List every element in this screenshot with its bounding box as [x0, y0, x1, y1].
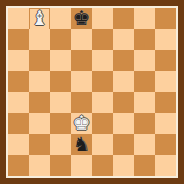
- square-a8[interactable]: [8, 8, 29, 29]
- square-b3[interactable]: [29, 113, 50, 134]
- square-f5[interactable]: [113, 71, 134, 92]
- square-c4[interactable]: [50, 92, 71, 113]
- square-g2[interactable]: [134, 134, 155, 155]
- square-e3[interactable]: [92, 113, 113, 134]
- black-king[interactable]: ♚: [71, 8, 92, 29]
- square-d2[interactable]: ♞: [71, 134, 92, 155]
- square-e6[interactable]: [92, 50, 113, 71]
- square-f6[interactable]: [113, 50, 134, 71]
- square-g8[interactable]: [134, 8, 155, 29]
- square-h8[interactable]: [155, 8, 176, 29]
- square-a4[interactable]: [8, 92, 29, 113]
- square-f8[interactable]: [113, 8, 134, 29]
- square-b7[interactable]: [29, 29, 50, 50]
- square-h5[interactable]: [155, 71, 176, 92]
- square-h4[interactable]: [155, 92, 176, 113]
- square-c7[interactable]: [50, 29, 71, 50]
- square-b5[interactable]: [29, 71, 50, 92]
- square-h6[interactable]: [155, 50, 176, 71]
- square-e7[interactable]: [92, 29, 113, 50]
- chess-board[interactable]: ♝♚♚♞: [8, 8, 176, 176]
- white-bishop[interactable]: ♝: [30, 9, 49, 29]
- square-b6[interactable]: [29, 50, 50, 71]
- square-g7[interactable]: [134, 29, 155, 50]
- square-a2[interactable]: [8, 134, 29, 155]
- square-a6[interactable]: [8, 50, 29, 71]
- square-e1[interactable]: [92, 155, 113, 176]
- square-c2[interactable]: [50, 134, 71, 155]
- square-d7[interactable]: [71, 29, 92, 50]
- square-f2[interactable]: [113, 134, 134, 155]
- square-d1[interactable]: [71, 155, 92, 176]
- square-a7[interactable]: [8, 29, 29, 50]
- square-c8[interactable]: [50, 8, 71, 29]
- square-g3[interactable]: [134, 113, 155, 134]
- black-knight[interactable]: ♞: [71, 134, 92, 155]
- white-king[interactable]: ♚: [71, 113, 92, 134]
- square-c1[interactable]: [50, 155, 71, 176]
- square-b1[interactable]: [29, 155, 50, 176]
- square-h2[interactable]: [155, 134, 176, 155]
- square-d5[interactable]: [71, 71, 92, 92]
- square-d3[interactable]: ♚: [71, 113, 92, 134]
- square-e5[interactable]: [92, 71, 113, 92]
- square-c3[interactable]: [50, 113, 71, 134]
- square-b4[interactable]: [29, 92, 50, 113]
- square-f3[interactable]: [113, 113, 134, 134]
- square-c5[interactable]: [50, 71, 71, 92]
- square-d6[interactable]: [71, 50, 92, 71]
- square-f1[interactable]: [113, 155, 134, 176]
- square-e8[interactable]: [92, 8, 113, 29]
- square-f7[interactable]: [113, 29, 134, 50]
- square-g6[interactable]: [134, 50, 155, 71]
- square-c6[interactable]: [50, 50, 71, 71]
- square-g5[interactable]: [134, 71, 155, 92]
- board-inner-line: ♝♚♚♞: [6, 6, 178, 178]
- square-g1[interactable]: [134, 155, 155, 176]
- square-f4[interactable]: [113, 92, 134, 113]
- square-a3[interactable]: [8, 113, 29, 134]
- square-e4[interactable]: [92, 92, 113, 113]
- square-b2[interactable]: [29, 134, 50, 155]
- square-d8[interactable]: ♚: [71, 8, 92, 29]
- square-h7[interactable]: [155, 29, 176, 50]
- square-h1[interactable]: [155, 155, 176, 176]
- square-a5[interactable]: [8, 71, 29, 92]
- square-a1[interactable]: [8, 155, 29, 176]
- square-g4[interactable]: [134, 92, 155, 113]
- square-b8[interactable]: ♝: [29, 8, 50, 29]
- square-e2[interactable]: [92, 134, 113, 155]
- square-d4[interactable]: [71, 92, 92, 113]
- board-frame: ♝♚♚♞: [0, 0, 184, 184]
- square-h3[interactable]: [155, 113, 176, 134]
